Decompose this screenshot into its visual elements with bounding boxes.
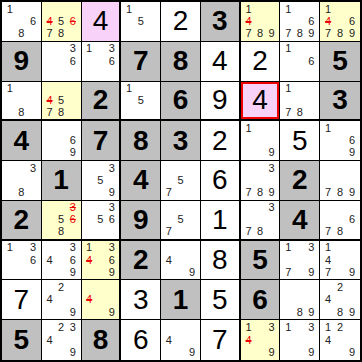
candidate: 4 [322, 334, 334, 347]
candidate: 3 [67, 43, 79, 55]
candidate: 5 [55, 94, 67, 106]
candidate-grid: 169 [320, 121, 360, 160]
candidate: 7 [322, 187, 334, 199]
candidate: 9 [346, 187, 358, 199]
cell-r4c1[interactable]: 4 [2, 121, 42, 161]
candidate: 4 [163, 334, 175, 347]
candidate-grid: 136 [82, 42, 120, 81]
candidate: 7 [243, 187, 255, 199]
cell-r8c1[interactable]: 7 [2, 280, 42, 320]
candidate: 8 [55, 106, 67, 118]
solved-digit: 5 [292, 127, 308, 155]
candidate: 8 [16, 28, 28, 40]
candidate: 9 [106, 266, 117, 278]
given-digit: 5 [252, 246, 268, 274]
solved-digit: 6 [212, 166, 228, 194]
candidate: 3 [67, 242, 79, 254]
given-digit: 8 [173, 47, 189, 75]
candidate: 8 [254, 187, 266, 199]
candidate: 6 [67, 254, 79, 266]
candidate-grid: 16 [280, 42, 319, 81]
cell-r7c5[interactable]: 49 [161, 241, 201, 281]
candidate-grid: 36 [42, 42, 81, 81]
eliminated-candidate: 4 [44, 94, 56, 106]
candidate: 7 [322, 226, 334, 238]
candidate: 5 [55, 15, 67, 27]
given-digit: 3 [173, 127, 189, 155]
candidate-grid: 1249 [320, 320, 360, 360]
candidate: 9 [266, 187, 278, 199]
solved-digit: 9 [212, 86, 228, 114]
candidate: 8 [254, 226, 266, 238]
candidate: 7 [44, 28, 56, 40]
candidate: 1 [282, 83, 294, 95]
candidate: 7 [163, 226, 175, 238]
candidate-grid: 4578 [42, 82, 81, 120]
candidate-grid: 356 [82, 201, 120, 239]
candidate: 9 [106, 187, 117, 199]
candidate: 7 [243, 28, 255, 40]
given-digit: 2 [93, 86, 109, 114]
candidate-grid: 16789 [280, 2, 319, 41]
candidate: 2 [334, 321, 346, 334]
eliminated-candidate: 4 [243, 15, 255, 27]
candidate-grid: 49 [161, 241, 200, 280]
eliminated-candidate: 4 [44, 15, 56, 27]
candidate-grid: 1379 [280, 241, 319, 280]
candidate: 7 [282, 28, 294, 40]
cell-r9c8[interactable]: 139 [280, 320, 320, 360]
cell-r1c2[interactable]: 45678 [42, 2, 82, 42]
solved-digit: 4 [252, 86, 268, 114]
cell-r1c6[interactable]: 3 [201, 2, 241, 42]
solved-digit: 1 [212, 206, 228, 234]
cell-r8c5[interactable]: 1 [161, 280, 201, 320]
candidate-grid: 19 [241, 121, 280, 160]
cell-r5c2[interactable]: 1 [42, 161, 82, 201]
candidate: 7 [322, 266, 334, 278]
cell-r1c3[interactable]: 4 [82, 2, 122, 42]
candidate: 6 [27, 15, 39, 27]
candidate: 9 [67, 147, 79, 159]
candidate-grid: 49 [82, 280, 120, 319]
candidate: 9 [67, 306, 79, 318]
candidate: 8 [334, 28, 346, 40]
candidate: 3 [106, 242, 117, 254]
cell-r3c2[interactable]: 4578 [42, 82, 82, 122]
candidate-grid: 359 [82, 161, 120, 200]
candidate: 8 [254, 28, 266, 40]
cell-r1c4[interactable]: 15 [121, 2, 161, 42]
candidate-grid: 139 [280, 320, 319, 360]
candidate-grid: 69 [42, 121, 81, 160]
candidate: 3 [266, 162, 278, 174]
candidate: 8 [16, 187, 28, 199]
cell-r4c2[interactable]: 69 [42, 121, 82, 161]
cell-r2c3[interactable]: 136 [82, 42, 122, 82]
candidate: 6 [346, 214, 358, 226]
eliminated-candidate: 4 [243, 334, 255, 347]
given-digit: 3 [332, 86, 348, 114]
candidate: 1 [282, 242, 294, 254]
candidate: 8 [16, 106, 28, 118]
given-digit: 2 [14, 206, 30, 234]
candidate-grid: 249 [42, 280, 81, 319]
candidate: 3 [106, 162, 117, 174]
given-digit: 5 [332, 47, 348, 75]
candidate: 7 [44, 106, 56, 118]
candidate: 3 [27, 242, 39, 254]
candidate: 9 [67, 266, 79, 278]
cell-r6c7[interactable]: 378 [241, 201, 281, 241]
cell-r3c8[interactable]: 178 [280, 82, 320, 122]
candidate: 6 [27, 254, 39, 266]
candidate: 9 [186, 266, 198, 278]
cell-r4c5[interactable]: 3 [161, 121, 201, 161]
cell-r1c7[interactable]: 14789 [241, 2, 281, 42]
candidate: 4 [163, 254, 175, 266]
cell-r6c4[interactable]: 9 [121, 201, 161, 241]
cell-r8c6[interactable]: 5 [201, 280, 241, 320]
cell-r3c1[interactable]: 18 [2, 82, 42, 122]
cell-r5c4[interactable]: 4 [121, 161, 161, 201]
cell-r9c1[interactable]: 5 [2, 320, 42, 360]
candidate: 1 [4, 83, 16, 95]
cell-r8c4[interactable]: 3 [121, 280, 161, 320]
candidate-grid: 3789 [241, 161, 280, 200]
cell-r9c3[interactable]: 8 [82, 320, 122, 360]
cell-r4c9[interactable]: 169 [320, 121, 360, 161]
cell-r6c5[interactable]: 57 [161, 201, 201, 241]
eliminated-candidate: 4 [84, 294, 95, 306]
solved-digit: 6 [133, 326, 149, 354]
candidate: 1 [243, 122, 255, 134]
candidate: 8 [334, 187, 346, 199]
cell-r7c7[interactable]: 5 [241, 241, 281, 281]
given-digit: 6 [252, 286, 268, 314]
candidate: 9 [266, 346, 278, 359]
candidate: 9 [346, 266, 358, 278]
cell-r5c3[interactable]: 359 [82, 161, 122, 201]
candidate: 6 [346, 15, 358, 27]
candidate: 4 [44, 254, 56, 266]
candidate-grid: 13469 [82, 241, 120, 280]
cell-r8c8[interactable]: 89 [280, 280, 320, 320]
cell-r6c8[interactable]: 4 [280, 201, 320, 241]
candidate: 8 [294, 106, 306, 118]
solved-digit: 4 [93, 7, 109, 35]
candidate: 1 [4, 3, 16, 15]
cell-r7c2[interactable]: 3469 [42, 241, 82, 281]
candidate: 9 [346, 346, 358, 359]
candidate: 8 [334, 226, 346, 238]
cell-r9c2[interactable]: 2349 [42, 320, 82, 360]
candidate: 2 [55, 281, 67, 293]
cell-r7c9[interactable]: 1479 [320, 241, 360, 281]
cell-r8c2[interactable]: 249 [42, 280, 82, 320]
cell-r7c3[interactable]: 13469 [82, 241, 122, 281]
candidate: 1 [282, 43, 294, 55]
cell-r5c8[interactable]: 2 [280, 161, 320, 201]
candidate: 5 [95, 214, 106, 226]
solved-digit: 7 [212, 326, 228, 354]
candidate: 5 [175, 214, 187, 226]
cell-r7c8[interactable]: 1379 [280, 241, 320, 281]
cell-r5c7[interactable]: 3789 [241, 161, 281, 201]
eliminated-candidate: 4 [322, 15, 334, 27]
eliminated-candidate: 4 [84, 254, 95, 266]
candidate-grid: 89 [280, 280, 319, 319]
solved-digit: 7 [14, 286, 30, 314]
candidate-grid: 57 [161, 161, 200, 200]
solved-digit: 4 [212, 47, 228, 75]
candidate: 5 [95, 174, 106, 186]
candidate: 5 [135, 15, 147, 27]
cell-r5c9[interactable]: 789 [320, 161, 360, 201]
candidate: 6 [106, 254, 117, 266]
cell-r3c3[interactable]: 2 [82, 82, 122, 122]
cell-r2c4[interactable]: 7 [121, 42, 161, 82]
cell-r7c6[interactable]: 8 [201, 241, 241, 281]
candidate-grid: 168 [2, 2, 41, 41]
candidate-grid: 38 [2, 161, 41, 200]
given-digit: 7 [133, 47, 149, 75]
candidate-grid: 45678 [42, 2, 81, 41]
candidate: 3 [106, 202, 117, 214]
cell-r9c5[interactable]: 49 [161, 320, 201, 360]
cell-r2c9[interactable]: 5 [320, 42, 360, 82]
candidate: 9 [186, 346, 198, 359]
candidate: 3 [67, 321, 79, 334]
candidate: 9 [306, 306, 318, 318]
candidate-grid: 678 [320, 201, 360, 239]
given-digit: 1 [53, 166, 69, 194]
candidate: 5 [55, 214, 67, 226]
candidate: 9 [306, 28, 318, 40]
cell-r1c1[interactable]: 168 [2, 2, 42, 42]
given-digit: 4 [133, 166, 149, 194]
candidate: 2 [334, 281, 346, 293]
given-digit: 1 [173, 286, 189, 314]
cell-r2c7[interactable]: 2 [241, 42, 281, 82]
solved-digit: 8 [212, 246, 228, 274]
cell-r5c1[interactable]: 38 [2, 161, 42, 201]
candidate: 1 [84, 242, 95, 254]
candidate-grid: 14789 [241, 2, 280, 41]
candidate: 3 [27, 162, 39, 174]
given-digit: 8 [133, 127, 149, 155]
sudoku-board: 1684567841523147891678914678993613678421… [0, 0, 362, 362]
given-digit: 4 [292, 206, 308, 234]
candidate: 5 [175, 174, 187, 186]
candidate: 7 [282, 106, 294, 118]
candidate: 1 [84, 43, 95, 55]
cell-r6c3[interactable]: 356 [82, 201, 122, 241]
candidate: 1 [243, 321, 255, 334]
candidate: 7 [163, 187, 175, 199]
candidate-grid: 15 [121, 2, 160, 41]
candidate-grid: 146789 [320, 2, 360, 41]
candidate: 5 [135, 94, 147, 106]
cell-r4c7[interactable]: 19 [241, 121, 281, 161]
candidate-grid: 3568 [42, 201, 81, 239]
cell-r9c4[interactable]: 6 [121, 320, 161, 360]
cell-r5c5[interactable]: 57 [161, 161, 201, 201]
candidate-grid: 136 [2, 241, 41, 280]
cell-r1c5[interactable]: 2 [161, 2, 201, 42]
given-digit: 3 [212, 7, 228, 35]
candidate: 9 [346, 147, 358, 159]
candidate: 8 [334, 306, 346, 318]
candidate: 6 [67, 135, 79, 147]
given-digit: 8 [93, 326, 109, 354]
candidate-grid: 789 [320, 161, 360, 200]
candidate-grid: 1479 [320, 241, 360, 280]
cell-r8c3[interactable]: 49 [82, 280, 122, 320]
given-digit: 2 [133, 246, 149, 274]
given-digit: 5 [14, 326, 30, 354]
cell-r4c4[interactable]: 8 [121, 121, 161, 161]
candidate: 1 [322, 321, 334, 334]
candidate: 8 [294, 28, 306, 40]
given-digit: 2 [292, 166, 308, 194]
cell-r8c9[interactable]: 2489 [320, 280, 360, 320]
candidate: 6 [306, 55, 318, 67]
solved-digit: 5 [212, 286, 228, 314]
candidate-grid: 57 [161, 201, 200, 239]
candidate: 4 [322, 294, 334, 306]
cell-r2c5[interactable]: 8 [161, 42, 201, 82]
solved-digit: 2 [252, 47, 268, 75]
candidate: 6 [306, 15, 318, 27]
eliminated-candidate: 3 [67, 202, 79, 214]
cell-r9c9[interactable]: 1249 [320, 320, 360, 360]
candidate: 7 [243, 226, 255, 238]
cell-r4c8[interactable]: 5 [280, 121, 320, 161]
solved-digit: 3 [133, 286, 149, 314]
candidate: 2 [55, 321, 67, 334]
candidate: 1 [4, 242, 16, 254]
given-digit: 4 [14, 127, 30, 155]
cell-r6c1[interactable]: 2 [2, 201, 42, 241]
candidate: 1 [243, 3, 255, 15]
cell-r5c6[interactable]: 6 [201, 161, 241, 201]
candidate: 1 [322, 242, 334, 254]
candidate: 8 [55, 226, 67, 238]
cell-r1c9[interactable]: 146789 [320, 2, 360, 42]
candidate: 3 [106, 43, 117, 55]
cell-r6c2[interactable]: 3568 [42, 201, 82, 241]
candidate: 7 [322, 28, 334, 40]
cell-r7c1[interactable]: 136 [2, 241, 42, 281]
solved-digit: 2 [212, 127, 228, 155]
cell-r3c5[interactable]: 6 [161, 82, 201, 122]
candidate: 1 [322, 122, 334, 134]
solved-digit: 2 [173, 7, 189, 35]
candidate: 9 [306, 346, 318, 359]
cell-r6c6[interactable]: 1 [201, 201, 241, 241]
cell-r3c7[interactable]: 4 [241, 82, 281, 122]
cell-r3c9[interactable]: 3 [320, 82, 360, 122]
cell-r9c7[interactable]: 1349 [241, 320, 281, 360]
given-digit: 9 [133, 206, 149, 234]
candidate: 9 [346, 306, 358, 318]
cell-r3c6[interactable]: 9 [201, 82, 241, 122]
candidate: 7 [282, 266, 294, 278]
candidate: 3 [306, 242, 318, 254]
eliminated-candidate: 6 [67, 214, 79, 226]
cell-r1c8[interactable]: 16789 [280, 2, 320, 42]
candidate-grid: 2489 [320, 280, 360, 319]
candidate-grid: 18 [2, 82, 41, 120]
candidate: 4 [322, 254, 334, 266]
candidate: 3 [266, 202, 278, 214]
candidate: 9 [346, 28, 358, 40]
cell-r7c4[interactable]: 2 [121, 241, 161, 281]
cell-r2c2[interactable]: 36 [42, 42, 82, 82]
candidate: 8 [55, 28, 67, 40]
candidate-grid: 49 [161, 320, 200, 360]
cell-r3c4[interactable]: 15 [121, 82, 161, 122]
candidate: 3 [266, 321, 278, 334]
candidate: 1 [123, 83, 135, 95]
cell-r9c6[interactable]: 7 [201, 320, 241, 360]
candidate: 6 [106, 55, 117, 67]
candidate: 3 [306, 321, 318, 334]
candidate: 9 [266, 28, 278, 40]
candidate-grid: 2349 [42, 320, 81, 360]
candidate-grid: 178 [280, 82, 319, 120]
given-digit: 7 [93, 127, 109, 155]
cell-r2c6[interactable]: 4 [201, 42, 241, 82]
candidate: 6 [106, 214, 117, 226]
candidate: 9 [266, 147, 278, 159]
cell-r4c3[interactable]: 7 [82, 121, 122, 161]
candidate-grid: 1349 [241, 320, 280, 360]
eliminated-candidate: 6 [67, 15, 79, 27]
cell-r4c6[interactable]: 2 [201, 121, 241, 161]
cell-r6c9[interactable]: 678 [320, 201, 360, 241]
candidate: 1 [123, 3, 135, 15]
cell-r2c8[interactable]: 16 [280, 42, 320, 82]
candidate: 9 [106, 306, 117, 318]
candidate: 6 [67, 55, 79, 67]
candidate: 1 [322, 3, 334, 15]
given-digit: 9 [14, 47, 30, 75]
candidate: 4 [44, 334, 56, 347]
candidate: 8 [294, 306, 306, 318]
candidate: 1 [282, 3, 294, 15]
candidate-grid: 3469 [42, 241, 81, 280]
candidate: 1 [282, 321, 294, 334]
candidate: 9 [67, 346, 79, 359]
cell-r8c7[interactable]: 6 [241, 280, 281, 320]
candidate: 9 [306, 266, 318, 278]
candidate: 6 [346, 135, 358, 147]
candidate-grid: 378 [241, 201, 280, 239]
cell-r2c1[interactable]: 9 [2, 42, 42, 82]
given-digit: 6 [173, 86, 189, 114]
candidate: 4 [44, 294, 56, 306]
candidate-grid: 15 [121, 82, 160, 120]
